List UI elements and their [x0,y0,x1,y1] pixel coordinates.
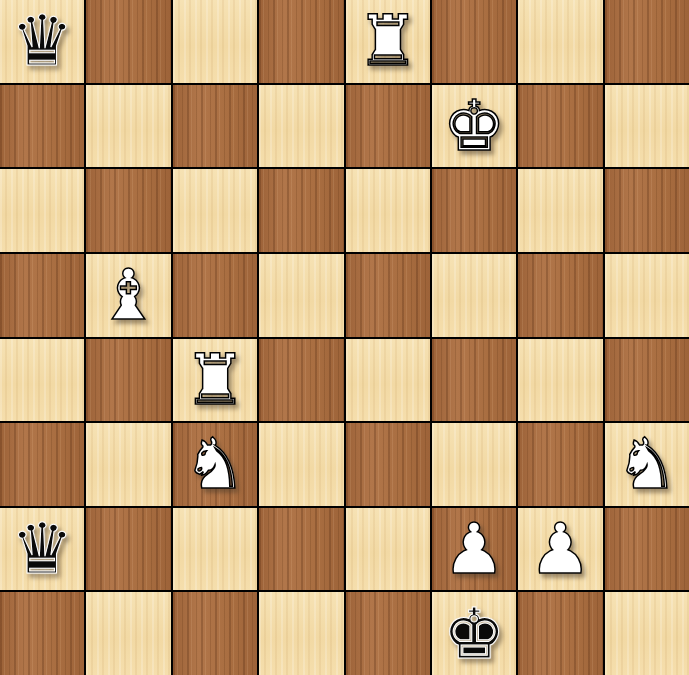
square-c2[interactable] [173,508,257,591]
square-c5[interactable] [173,254,257,337]
square-d1[interactable] [259,592,343,675]
square-h5[interactable] [605,254,689,337]
square-b8[interactable] [86,0,170,83]
square-d6[interactable] [259,169,343,252]
square-g3[interactable] [518,423,602,506]
square-f3[interactable] [432,423,516,506]
square-g7[interactable] [518,85,602,168]
square-h1[interactable] [605,592,689,675]
square-d3[interactable] [259,423,343,506]
square-c8[interactable] [173,0,257,83]
square-b7[interactable] [86,85,170,168]
piece-white-king-f7[interactable]: ♚ [443,91,506,161]
square-g8[interactable] [518,0,602,83]
square-d7[interactable] [259,85,343,168]
square-e4[interactable] [346,339,430,422]
square-h3[interactable]: ♞ [605,423,689,506]
square-e7[interactable] [346,85,430,168]
square-d4[interactable] [259,339,343,422]
square-f8[interactable] [432,0,516,83]
square-a2[interactable]: ♛ [0,508,84,591]
square-b6[interactable] [86,169,170,252]
square-e1[interactable] [346,592,430,675]
square-b2[interactable] [86,508,170,591]
square-a3[interactable] [0,423,84,506]
piece-white-knight-h3[interactable]: ♞ [615,429,678,499]
square-e3[interactable] [346,423,430,506]
square-e5[interactable] [346,254,430,337]
square-b1[interactable] [86,592,170,675]
square-g6[interactable] [518,169,602,252]
piece-black-queen-a2[interactable]: ♛ [11,514,74,584]
piece-white-knight-c3[interactable]: ♞ [184,429,247,499]
square-f6[interactable] [432,169,516,252]
square-b5[interactable]: ♝ [86,254,170,337]
square-f7[interactable]: ♚ [432,85,516,168]
square-g4[interactable] [518,339,602,422]
chessboard-container: ♛♜♚♝♜♞♞♛♟♟♚ [0,0,689,675]
square-g2[interactable]: ♟ [518,508,602,591]
square-d5[interactable] [259,254,343,337]
square-c7[interactable] [173,85,257,168]
square-b4[interactable] [86,339,170,422]
square-a1[interactable] [0,592,84,675]
square-c3[interactable]: ♞ [173,423,257,506]
square-e2[interactable] [346,508,430,591]
piece-white-pawn-g2[interactable]: ♟ [529,514,592,584]
square-d2[interactable] [259,508,343,591]
square-d8[interactable] [259,0,343,83]
square-h2[interactable] [605,508,689,591]
square-c4[interactable]: ♜ [173,339,257,422]
square-b3[interactable] [86,423,170,506]
piece-black-queen-a8[interactable]: ♛ [11,6,74,76]
square-c1[interactable] [173,592,257,675]
piece-black-king-f1[interactable]: ♚ [443,599,506,669]
piece-white-bishop-b5[interactable]: ♝ [97,260,160,330]
square-f4[interactable] [432,339,516,422]
piece-white-rook-e8[interactable]: ♜ [356,6,419,76]
square-e8[interactable]: ♜ [346,0,430,83]
square-g5[interactable] [518,254,602,337]
square-e6[interactable] [346,169,430,252]
square-h4[interactable] [605,339,689,422]
square-f2[interactable]: ♟ [432,508,516,591]
square-a6[interactable] [0,169,84,252]
square-g1[interactable] [518,592,602,675]
square-a8[interactable]: ♛ [0,0,84,83]
chessboard: ♛♜♚♝♜♞♞♛♟♟♚ [0,0,689,675]
square-a7[interactable] [0,85,84,168]
square-c6[interactable] [173,169,257,252]
square-f1[interactable]: ♚ [432,592,516,675]
square-a4[interactable] [0,339,84,422]
square-h6[interactable] [605,169,689,252]
square-h8[interactable] [605,0,689,83]
square-h7[interactable] [605,85,689,168]
square-a5[interactable] [0,254,84,337]
piece-white-rook-c4[interactable]: ♜ [184,345,247,415]
piece-white-pawn-f2[interactable]: ♟ [443,514,506,584]
square-f5[interactable] [432,254,516,337]
